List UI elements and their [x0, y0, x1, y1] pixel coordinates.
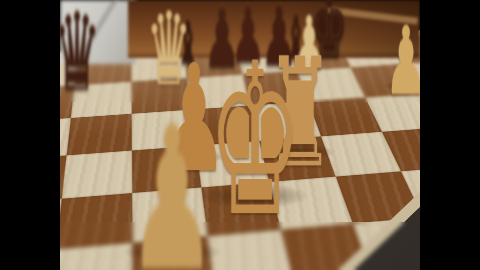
white-pawn-foreground[interactable]: ♟ [127, 100, 217, 270]
letterbox-right [420, 0, 480, 270]
letterbox-left [0, 0, 60, 270]
pieces-layer: ♛♝♛♟♟♟♝♚♟♟♟♜♚♟ [0, 0, 480, 270]
chess-photo-scene: ♛♝♛♟♟♟♝♚♟♟♟♜♚♟ [0, 0, 480, 270]
white-king[interactable]: ♚ [208, 36, 302, 246]
black-queen-left[interactable]: ♛ [53, 0, 101, 106]
